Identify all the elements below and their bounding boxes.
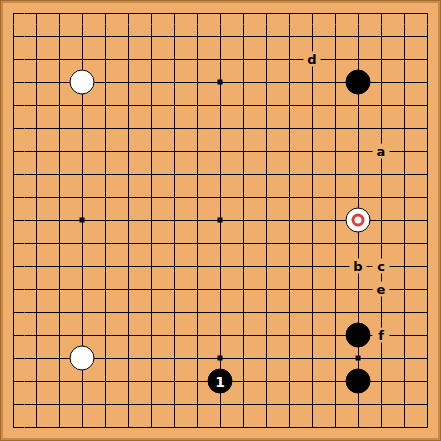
board-point-N14 bbox=[278, 117, 301, 140]
board-point-H16 bbox=[163, 71, 186, 94]
board-point-O6 bbox=[301, 301, 324, 324]
board-point-A3 bbox=[2, 370, 25, 393]
board-point-H2 bbox=[163, 393, 186, 416]
board-point-E6 bbox=[94, 301, 117, 324]
board-point-Q12 bbox=[347, 163, 370, 186]
board-point-Q14 bbox=[347, 117, 370, 140]
point-label-b: b bbox=[350, 259, 367, 274]
board-point-L3 bbox=[232, 370, 255, 393]
board-point-E10 bbox=[94, 209, 117, 232]
board-point-N11 bbox=[278, 186, 301, 209]
board-point-T9 bbox=[416, 232, 439, 255]
board-point-O15 bbox=[301, 94, 324, 117]
board-point-T13 bbox=[416, 140, 439, 163]
board-point-P1 bbox=[324, 416, 347, 439]
board-point-M19 bbox=[255, 2, 278, 25]
board-point-C12 bbox=[48, 163, 71, 186]
board-point-G9 bbox=[140, 232, 163, 255]
board-point-D5 bbox=[71, 324, 94, 347]
board-point-O2 bbox=[301, 393, 324, 416]
board-point-L2 bbox=[232, 393, 255, 416]
board-point-E18 bbox=[94, 25, 117, 48]
board-point-S1 bbox=[393, 416, 416, 439]
board-point-K17 bbox=[209, 48, 232, 71]
board-point-C4 bbox=[48, 347, 71, 370]
board-point-H8 bbox=[163, 255, 186, 278]
board-point-R19 bbox=[370, 2, 393, 25]
board-point-O12 bbox=[301, 163, 324, 186]
board-point-K13 bbox=[209, 140, 232, 163]
board-point-R3 bbox=[370, 370, 393, 393]
board-point-K8 bbox=[209, 255, 232, 278]
board-point-T15 bbox=[416, 94, 439, 117]
board-point-L16 bbox=[232, 71, 255, 94]
board-point-B11 bbox=[25, 186, 48, 209]
board-point-B19 bbox=[25, 2, 48, 25]
board-point-A4 bbox=[2, 347, 25, 370]
board-point-F6 bbox=[117, 301, 140, 324]
board-point-B6 bbox=[25, 301, 48, 324]
board-point-K5 bbox=[209, 324, 232, 347]
board-point-B14 bbox=[25, 117, 48, 140]
board-point-Q17 bbox=[347, 48, 370, 71]
board-point-J15 bbox=[186, 94, 209, 117]
board-point-H5 bbox=[163, 324, 186, 347]
board-point-E16 bbox=[94, 71, 117, 94]
board-point-D14 bbox=[71, 117, 94, 140]
board-point-E12 bbox=[94, 163, 117, 186]
board-point-T16 bbox=[416, 71, 439, 94]
board-point-R15 bbox=[370, 94, 393, 117]
board-point-E11 bbox=[94, 186, 117, 209]
board-point-J17 bbox=[186, 48, 209, 71]
board-point-E4 bbox=[94, 347, 117, 370]
board-point-R6 bbox=[370, 301, 393, 324]
board-point-S7 bbox=[393, 278, 416, 301]
board-point-O9 bbox=[301, 232, 324, 255]
board-point-E17 bbox=[94, 48, 117, 71]
board-point-T1 bbox=[416, 416, 439, 439]
board-point-P16 bbox=[324, 71, 347, 94]
board-point-K14 bbox=[209, 117, 232, 140]
board-point-D18 bbox=[71, 25, 94, 48]
board-point-H19 bbox=[163, 2, 186, 25]
board-point-F17 bbox=[117, 48, 140, 71]
board-point-P15 bbox=[324, 94, 347, 117]
board-point-N7 bbox=[278, 278, 301, 301]
board-point-H15 bbox=[163, 94, 186, 117]
board-point-F9 bbox=[117, 232, 140, 255]
board-point-A19 bbox=[2, 2, 25, 25]
board-point-N12 bbox=[278, 163, 301, 186]
board-point-R1 bbox=[370, 416, 393, 439]
board-point-D1 bbox=[71, 416, 94, 439]
board-point-B16 bbox=[25, 71, 48, 94]
board-point-C15 bbox=[48, 94, 71, 117]
board-point-M12 bbox=[255, 163, 278, 186]
board-point-L13 bbox=[232, 140, 255, 163]
board-point-H13 bbox=[163, 140, 186, 163]
board-point-A7 bbox=[2, 278, 25, 301]
board-point-P3 bbox=[324, 370, 347, 393]
board-point-K9 bbox=[209, 232, 232, 255]
board-point-K11 bbox=[209, 186, 232, 209]
board-point-O18 bbox=[301, 25, 324, 48]
board-point-H3 bbox=[163, 370, 186, 393]
board-point-Q11 bbox=[347, 186, 370, 209]
circle-marked-white-stone-Q10 bbox=[346, 208, 371, 233]
board-point-G10 bbox=[140, 209, 163, 232]
board-point-G12 bbox=[140, 163, 163, 186]
board-point-Q13 bbox=[347, 140, 370, 163]
board-point-O8 bbox=[301, 255, 324, 278]
board-point-F2 bbox=[117, 393, 140, 416]
board-point-O10 bbox=[301, 209, 324, 232]
board-point-R14 bbox=[370, 117, 393, 140]
board-point-S2 bbox=[393, 393, 416, 416]
board-point-T8 bbox=[416, 255, 439, 278]
board-point-P4 bbox=[324, 347, 347, 370]
board-point-M1 bbox=[255, 416, 278, 439]
board-point-P10 bbox=[324, 209, 347, 232]
board-point-M10 bbox=[255, 209, 278, 232]
board-point-L19 bbox=[232, 2, 255, 25]
board-point-P5 bbox=[324, 324, 347, 347]
board-point-G17 bbox=[140, 48, 163, 71]
board-point-A1 bbox=[2, 416, 25, 439]
board-point-F10 bbox=[117, 209, 140, 232]
board-point-F14 bbox=[117, 117, 140, 140]
board-point-M5 bbox=[255, 324, 278, 347]
board-point-L7 bbox=[232, 278, 255, 301]
board-point-J3 bbox=[186, 370, 209, 393]
board-point-F13 bbox=[117, 140, 140, 163]
board-point-B5 bbox=[25, 324, 48, 347]
board-point-F4 bbox=[117, 347, 140, 370]
board-point-T3 bbox=[416, 370, 439, 393]
board-point-O3 bbox=[301, 370, 324, 393]
board-point-O14 bbox=[301, 117, 324, 140]
board-point-G2 bbox=[140, 393, 163, 416]
board-point-G8 bbox=[140, 255, 163, 278]
board-surface: 1dabcef bbox=[3, 3, 438, 438]
board-point-F8 bbox=[117, 255, 140, 278]
board-point-B10 bbox=[25, 209, 48, 232]
board-point-J7 bbox=[186, 278, 209, 301]
board-point-B4 bbox=[25, 347, 48, 370]
board-point-C18 bbox=[48, 25, 71, 48]
board-point-P7 bbox=[324, 278, 347, 301]
board-point-H6 bbox=[163, 301, 186, 324]
board-point-J8 bbox=[186, 255, 209, 278]
board-point-A14 bbox=[2, 117, 25, 140]
board-point-H10 bbox=[163, 209, 186, 232]
board-point-K7 bbox=[209, 278, 232, 301]
board-point-L10 bbox=[232, 209, 255, 232]
board-point-L11 bbox=[232, 186, 255, 209]
board-point-K15 bbox=[209, 94, 232, 117]
board-point-C1 bbox=[48, 416, 71, 439]
board-point-M11 bbox=[255, 186, 278, 209]
board-point-G4 bbox=[140, 347, 163, 370]
white-stone-D16 bbox=[70, 70, 95, 95]
board-point-N9 bbox=[278, 232, 301, 255]
board-point-C5 bbox=[48, 324, 71, 347]
board-point-F18 bbox=[117, 25, 140, 48]
board-point-D6 bbox=[71, 301, 94, 324]
board-point-J18 bbox=[186, 25, 209, 48]
board-point-D8 bbox=[71, 255, 94, 278]
star-point-D10 bbox=[80, 218, 85, 223]
board-point-N8 bbox=[278, 255, 301, 278]
board-point-N4 bbox=[278, 347, 301, 370]
board-point-E9 bbox=[94, 232, 117, 255]
board-point-M17 bbox=[255, 48, 278, 71]
board-point-D9 bbox=[71, 232, 94, 255]
board-point-B2 bbox=[25, 393, 48, 416]
board-point-K19 bbox=[209, 2, 232, 25]
red-circle-marker-icon bbox=[352, 214, 365, 227]
board-point-M4 bbox=[255, 347, 278, 370]
board-point-N13 bbox=[278, 140, 301, 163]
board-point-C11 bbox=[48, 186, 71, 209]
board-point-O11 bbox=[301, 186, 324, 209]
board-point-Q7 bbox=[347, 278, 370, 301]
board-point-M13 bbox=[255, 140, 278, 163]
board-point-S15 bbox=[393, 94, 416, 117]
board-point-S4 bbox=[393, 347, 416, 370]
board-point-N18 bbox=[278, 25, 301, 48]
board-point-B3 bbox=[25, 370, 48, 393]
board-point-J16 bbox=[186, 71, 209, 94]
board-point-C16 bbox=[48, 71, 71, 94]
board-point-R10 bbox=[370, 209, 393, 232]
board-point-A17 bbox=[2, 48, 25, 71]
board-point-S18 bbox=[393, 25, 416, 48]
board-point-J9 bbox=[186, 232, 209, 255]
board-point-R2 bbox=[370, 393, 393, 416]
board-point-E2 bbox=[94, 393, 117, 416]
board-point-J14 bbox=[186, 117, 209, 140]
board-point-C3 bbox=[48, 370, 71, 393]
board-point-H12 bbox=[163, 163, 186, 186]
board-point-B8 bbox=[25, 255, 48, 278]
board-point-D2 bbox=[71, 393, 94, 416]
board-point-B17 bbox=[25, 48, 48, 71]
board-point-O4 bbox=[301, 347, 324, 370]
board-point-P12 bbox=[324, 163, 347, 186]
board-point-Q1 bbox=[347, 416, 370, 439]
board-point-A8 bbox=[2, 255, 25, 278]
board-point-K12 bbox=[209, 163, 232, 186]
board-point-O5 bbox=[301, 324, 324, 347]
board-point-G6 bbox=[140, 301, 163, 324]
board-point-D19 bbox=[71, 2, 94, 25]
board-point-Q15 bbox=[347, 94, 370, 117]
board-point-C2 bbox=[48, 393, 71, 416]
board-point-G1 bbox=[140, 416, 163, 439]
board-point-B1 bbox=[25, 416, 48, 439]
move-number: 1 bbox=[215, 374, 225, 388]
board-point-D12 bbox=[71, 163, 94, 186]
board-point-P8 bbox=[324, 255, 347, 278]
board-point-D11 bbox=[71, 186, 94, 209]
board-point-D7 bbox=[71, 278, 94, 301]
point-label-a: a bbox=[373, 144, 390, 159]
board-point-C8 bbox=[48, 255, 71, 278]
black-stone-K3: 1 bbox=[208, 369, 233, 394]
board-point-P9 bbox=[324, 232, 347, 255]
board-point-F7 bbox=[117, 278, 140, 301]
board-point-A2 bbox=[2, 393, 25, 416]
star-point-K10 bbox=[218, 218, 223, 223]
board-point-D15 bbox=[71, 94, 94, 117]
board-point-J1 bbox=[186, 416, 209, 439]
board-point-E15 bbox=[94, 94, 117, 117]
board-point-F11 bbox=[117, 186, 140, 209]
board-point-K1 bbox=[209, 416, 232, 439]
board-point-L14 bbox=[232, 117, 255, 140]
board-point-L6 bbox=[232, 301, 255, 324]
board-point-N10 bbox=[278, 209, 301, 232]
board-point-H17 bbox=[163, 48, 186, 71]
board-point-B9 bbox=[25, 232, 48, 255]
board-point-H4 bbox=[163, 347, 186, 370]
board-point-G11 bbox=[140, 186, 163, 209]
board-point-G3 bbox=[140, 370, 163, 393]
board-point-C19 bbox=[48, 2, 71, 25]
board-point-L18 bbox=[232, 25, 255, 48]
board-point-O19 bbox=[301, 2, 324, 25]
black-stone-Q16 bbox=[346, 70, 371, 95]
board-point-R11 bbox=[370, 186, 393, 209]
point-label-e: e bbox=[373, 282, 390, 297]
board-point-F5 bbox=[117, 324, 140, 347]
board-point-M9 bbox=[255, 232, 278, 255]
board-point-A12 bbox=[2, 163, 25, 186]
board-point-J13 bbox=[186, 140, 209, 163]
black-stone-Q5 bbox=[346, 323, 371, 348]
board-point-C17 bbox=[48, 48, 71, 71]
board-point-N17 bbox=[278, 48, 301, 71]
board-point-M8 bbox=[255, 255, 278, 278]
board-point-D13 bbox=[71, 140, 94, 163]
board-point-F19 bbox=[117, 2, 140, 25]
board-point-R4 bbox=[370, 347, 393, 370]
board-point-H7 bbox=[163, 278, 186, 301]
board-point-Q6 bbox=[347, 301, 370, 324]
board-point-M3 bbox=[255, 370, 278, 393]
board-point-S6 bbox=[393, 301, 416, 324]
board-point-J11 bbox=[186, 186, 209, 209]
board-point-R12 bbox=[370, 163, 393, 186]
board-point-B7 bbox=[25, 278, 48, 301]
board-point-A15 bbox=[2, 94, 25, 117]
board-point-P2 bbox=[324, 393, 347, 416]
board-point-S8 bbox=[393, 255, 416, 278]
board-point-E13 bbox=[94, 140, 117, 163]
board-point-T4 bbox=[416, 347, 439, 370]
board-point-M2 bbox=[255, 393, 278, 416]
board-point-E8 bbox=[94, 255, 117, 278]
board-point-S9 bbox=[393, 232, 416, 255]
board-point-A16 bbox=[2, 71, 25, 94]
board-point-S11 bbox=[393, 186, 416, 209]
board-point-F16 bbox=[117, 71, 140, 94]
board-point-L15 bbox=[232, 94, 255, 117]
board-point-T10 bbox=[416, 209, 439, 232]
board-point-C10 bbox=[48, 209, 71, 232]
board-point-C7 bbox=[48, 278, 71, 301]
board-point-J19 bbox=[186, 2, 209, 25]
board-point-T5 bbox=[416, 324, 439, 347]
board-point-N15 bbox=[278, 94, 301, 117]
point-label-f: f bbox=[373, 328, 390, 343]
board-point-G16 bbox=[140, 71, 163, 94]
white-stone-D4 bbox=[70, 346, 95, 371]
board-point-P17 bbox=[324, 48, 347, 71]
board-point-T2 bbox=[416, 393, 439, 416]
board-point-E3 bbox=[94, 370, 117, 393]
board-point-L4 bbox=[232, 347, 255, 370]
board-point-F12 bbox=[117, 163, 140, 186]
board-point-M15 bbox=[255, 94, 278, 117]
board-point-P14 bbox=[324, 117, 347, 140]
board-point-S16 bbox=[393, 71, 416, 94]
board-point-L12 bbox=[232, 163, 255, 186]
board-point-A9 bbox=[2, 232, 25, 255]
board-point-G7 bbox=[140, 278, 163, 301]
board-point-B15 bbox=[25, 94, 48, 117]
board-point-M14 bbox=[255, 117, 278, 140]
board-point-N1 bbox=[278, 416, 301, 439]
board-point-E7 bbox=[94, 278, 117, 301]
board-point-N3 bbox=[278, 370, 301, 393]
board-point-C9 bbox=[48, 232, 71, 255]
board-point-E14 bbox=[94, 117, 117, 140]
black-stone-Q3 bbox=[346, 369, 371, 394]
board-point-S19 bbox=[393, 2, 416, 25]
board-point-J6 bbox=[186, 301, 209, 324]
board-point-G15 bbox=[140, 94, 163, 117]
board-point-K6 bbox=[209, 301, 232, 324]
board-point-T6 bbox=[416, 301, 439, 324]
board-point-P11 bbox=[324, 186, 347, 209]
go-board: 1dabcef bbox=[0, 0, 441, 441]
board-point-N2 bbox=[278, 393, 301, 416]
board-point-K18 bbox=[209, 25, 232, 48]
board-point-N19 bbox=[278, 2, 301, 25]
board-point-J5 bbox=[186, 324, 209, 347]
board-point-S10 bbox=[393, 209, 416, 232]
board-point-T7 bbox=[416, 278, 439, 301]
board-point-J10 bbox=[186, 209, 209, 232]
board-point-T12 bbox=[416, 163, 439, 186]
board-point-O1 bbox=[301, 416, 324, 439]
board-point-N5 bbox=[278, 324, 301, 347]
star-point-K4 bbox=[218, 356, 223, 361]
board-point-T17 bbox=[416, 48, 439, 71]
board-point-L9 bbox=[232, 232, 255, 255]
board-point-A13 bbox=[2, 140, 25, 163]
board-point-P13 bbox=[324, 140, 347, 163]
board-point-H1 bbox=[163, 416, 186, 439]
board-point-N16 bbox=[278, 71, 301, 94]
board-point-O13 bbox=[301, 140, 324, 163]
board-point-T14 bbox=[416, 117, 439, 140]
board-point-F15 bbox=[117, 94, 140, 117]
board-point-C14 bbox=[48, 117, 71, 140]
